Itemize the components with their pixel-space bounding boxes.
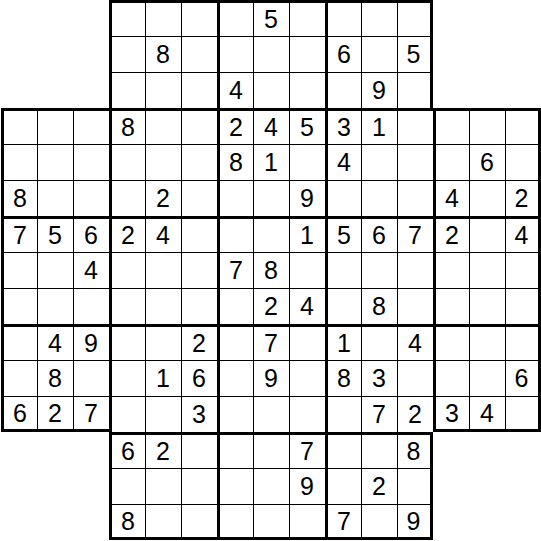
cell-r5c5[interactable] <box>145 144 181 180</box>
cell-r1c8: 5 <box>253 0 289 36</box>
cell-r6c3[interactable] <box>73 180 109 216</box>
cell-r6c12[interactable] <box>397 180 433 216</box>
cell-r9c5[interactable] <box>145 288 181 324</box>
flower-sudoku-board: 5865498245318146829427562415672447824849… <box>1 0 541 540</box>
cell-r9c6[interactable] <box>181 288 217 324</box>
cell-r15c8[interactable] <box>253 504 289 540</box>
cell-r1c9[interactable] <box>289 0 325 36</box>
cell-r10c10: 1 <box>325 324 361 360</box>
cell-r11c13[interactable] <box>433 360 469 396</box>
cell-r1c6[interactable] <box>181 0 217 36</box>
cell-r14c10[interactable] <box>325 468 361 504</box>
cell-r12c8[interactable] <box>253 396 289 432</box>
cell-r7c2: 5 <box>37 216 73 252</box>
cell-r5c2[interactable] <box>37 144 73 180</box>
cell-r9c3[interactable] <box>73 288 109 324</box>
cell-r10c12: 4 <box>397 324 433 360</box>
cell-r6c11[interactable] <box>361 180 397 216</box>
cell-r10c13[interactable] <box>433 324 469 360</box>
cell-r9c2[interactable] <box>37 288 73 324</box>
cell-r7c13: 2 <box>433 216 469 252</box>
cell-r8c6[interactable] <box>181 252 217 288</box>
cell-r15c4: 8 <box>109 504 145 540</box>
cell-r5c13[interactable] <box>433 144 469 180</box>
cell-r2c8[interactable] <box>253 36 289 72</box>
cell-r5c7: 8 <box>217 144 253 180</box>
cell-r9c15[interactable] <box>505 288 541 324</box>
cell-r4c1[interactable] <box>1 108 37 144</box>
cell-r5c1[interactable] <box>1 144 37 180</box>
cell-r8c8: 8 <box>253 252 289 288</box>
cell-r7c15: 4 <box>505 216 541 252</box>
cell-r2c4[interactable] <box>109 36 145 72</box>
cell-r5c9[interactable] <box>289 144 325 180</box>
cell-r6c1: 8 <box>1 180 37 216</box>
cell-r7c11: 6 <box>361 216 397 252</box>
cell-r7c9: 1 <box>289 216 325 252</box>
cell-r11c12[interactable] <box>397 360 433 396</box>
cell-r15c11[interactable] <box>361 504 397 540</box>
cell-r11c8: 9 <box>253 360 289 396</box>
cell-r3c4[interactable] <box>109 72 145 108</box>
cell-r7c8[interactable] <box>253 216 289 252</box>
cell-r4c10: 3 <box>325 108 361 144</box>
cell-r7c3: 6 <box>73 216 109 252</box>
cell-r7c4: 2 <box>109 216 145 252</box>
cell-r8c4[interactable] <box>109 252 145 288</box>
cell-r3c9[interactable] <box>289 72 325 108</box>
cell-r4c7: 2 <box>217 108 253 144</box>
cell-r11c11: 3 <box>361 360 397 396</box>
cell-r12c7[interactable] <box>217 396 253 432</box>
cell-r10c14[interactable] <box>469 324 505 360</box>
cell-r3c7: 4 <box>217 72 253 108</box>
cell-r7c14[interactable] <box>469 216 505 252</box>
cell-r13c8[interactable] <box>253 432 289 468</box>
cell-r7c6[interactable] <box>181 216 217 252</box>
cell-r14c5[interactable] <box>145 468 181 504</box>
cell-r2c11[interactable] <box>361 36 397 72</box>
cell-r8c7: 7 <box>217 252 253 288</box>
cell-r11c6: 6 <box>181 360 217 396</box>
cell-r8c2[interactable] <box>37 252 73 288</box>
cell-r1c7[interactable] <box>217 0 253 36</box>
cell-r8c12[interactable] <box>397 252 433 288</box>
cell-r8c11[interactable] <box>361 252 397 288</box>
cell-r3c6[interactable] <box>181 72 217 108</box>
cell-r1c11[interactable] <box>361 0 397 36</box>
cell-r5c3[interactable] <box>73 144 109 180</box>
cell-r8c9[interactable] <box>289 252 325 288</box>
cell-r2c6[interactable] <box>181 36 217 72</box>
cell-r14c8[interactable] <box>253 468 289 504</box>
cell-r11c5: 1 <box>145 360 181 396</box>
cell-r9c4[interactable] <box>109 288 145 324</box>
cell-r8c13[interactable] <box>433 252 469 288</box>
cell-r4c4: 8 <box>109 108 145 144</box>
cell-r5c11[interactable] <box>361 144 397 180</box>
cell-r13c7[interactable] <box>217 432 253 468</box>
cell-r13c11[interactable] <box>361 432 397 468</box>
cell-r14c4[interactable] <box>109 468 145 504</box>
cell-r4c12[interactable] <box>397 108 433 144</box>
cell-r6c6[interactable] <box>181 180 217 216</box>
cell-r13c6[interactable] <box>181 432 217 468</box>
cell-r11c10: 8 <box>325 360 361 396</box>
cell-r15c12: 9 <box>397 504 433 540</box>
cell-r11c14[interactable] <box>469 360 505 396</box>
cell-r9c9: 4 <box>289 288 325 324</box>
cell-r8c1[interactable] <box>1 252 37 288</box>
cell-r6c4[interactable] <box>109 180 145 216</box>
cell-r12c6: 3 <box>181 396 217 432</box>
cell-r4c15[interactable] <box>505 108 541 144</box>
cell-r8c3: 4 <box>73 252 109 288</box>
cell-r9c11: 8 <box>361 288 397 324</box>
cell-r5c6[interactable] <box>181 144 217 180</box>
cell-r2c5: 8 <box>145 36 181 72</box>
cell-r6c9: 9 <box>289 180 325 216</box>
cell-r8c15[interactable] <box>505 252 541 288</box>
cell-r5c4[interactable] <box>109 144 145 180</box>
cell-r10c7[interactable] <box>217 324 253 360</box>
cell-r2c10: 6 <box>325 36 361 72</box>
cell-r14c11: 2 <box>361 468 397 504</box>
cell-r1c10[interactable] <box>325 0 361 36</box>
cell-r10c1[interactable] <box>1 324 37 360</box>
cell-r12c13: 3 <box>433 396 469 432</box>
cell-r12c1: 6 <box>1 396 37 432</box>
cell-r1c4[interactable] <box>109 0 145 36</box>
cell-r14c7[interactable] <box>217 468 253 504</box>
cell-r4c9: 5 <box>289 108 325 144</box>
cell-r6c2[interactable] <box>37 180 73 216</box>
cell-r7c5: 4 <box>145 216 181 252</box>
cell-r3c5[interactable] <box>145 72 181 108</box>
cell-r8c5[interactable] <box>145 252 181 288</box>
cell-r13c9: 7 <box>289 432 325 468</box>
cell-r12c3: 7 <box>73 396 109 432</box>
cell-r9c13[interactable] <box>433 288 469 324</box>
cell-r6c8[interactable] <box>253 180 289 216</box>
cell-r2c12: 5 <box>397 36 433 72</box>
cell-r11c2: 8 <box>37 360 73 396</box>
cell-r9c7[interactable] <box>217 288 253 324</box>
cell-r10c4[interactable] <box>109 324 145 360</box>
cell-r10c6: 2 <box>181 324 217 360</box>
cell-r3c11: 9 <box>361 72 397 108</box>
cell-r12c12: 2 <box>397 396 433 432</box>
cell-r6c15: 2 <box>505 180 541 216</box>
cell-r10c11[interactable] <box>361 324 397 360</box>
cell-r6c13: 4 <box>433 180 469 216</box>
cell-r7c1: 7 <box>1 216 37 252</box>
cell-r4c11: 1 <box>361 108 397 144</box>
cell-r5c8: 1 <box>253 144 289 180</box>
cell-r11c4[interactable] <box>109 360 145 396</box>
cell-r3c12[interactable] <box>397 72 433 108</box>
cell-r5c15[interactable] <box>505 144 541 180</box>
cell-r2c7[interactable] <box>217 36 253 72</box>
cell-r10c9[interactable] <box>289 324 325 360</box>
cell-r12c5[interactable] <box>145 396 181 432</box>
cell-r15c6[interactable] <box>181 504 217 540</box>
cell-r12c10[interactable] <box>325 396 361 432</box>
cell-r11c15: 6 <box>505 360 541 396</box>
cell-r11c7[interactable] <box>217 360 253 396</box>
cell-r8c14[interactable] <box>469 252 505 288</box>
cell-r12c2: 2 <box>37 396 73 432</box>
cell-r6c7[interactable] <box>217 180 253 216</box>
cell-r14c9: 9 <box>289 468 325 504</box>
cell-r14c12[interactable] <box>397 468 433 504</box>
cell-r1c5[interactable] <box>145 0 181 36</box>
cell-r7c7[interactable] <box>217 216 253 252</box>
cell-r11c9[interactable] <box>289 360 325 396</box>
cell-r4c5[interactable] <box>145 108 181 144</box>
cell-r4c3[interactable] <box>73 108 109 144</box>
cell-r9c8: 2 <box>253 288 289 324</box>
cell-r12c4[interactable] <box>109 396 145 432</box>
cell-r4c14[interactable] <box>469 108 505 144</box>
cell-r5c12[interactable] <box>397 144 433 180</box>
cell-r6c14[interactable] <box>469 180 505 216</box>
cell-r4c2[interactable] <box>37 108 73 144</box>
cell-r10c3: 9 <box>73 324 109 360</box>
cell-r11c1[interactable] <box>1 360 37 396</box>
cell-r4c8: 4 <box>253 108 289 144</box>
cell-r12c11: 7 <box>361 396 397 432</box>
cell-r10c15[interactable] <box>505 324 541 360</box>
cell-r6c5: 2 <box>145 180 181 216</box>
cell-r4c6[interactable] <box>181 108 217 144</box>
cell-r5c10: 4 <box>325 144 361 180</box>
cell-r13c10[interactable] <box>325 432 361 468</box>
cell-r11c3[interactable] <box>73 360 109 396</box>
cell-r13c5: 2 <box>145 432 181 468</box>
cell-r8c10[interactable] <box>325 252 361 288</box>
cell-r13c12: 8 <box>397 432 433 468</box>
cell-r9c14[interactable] <box>469 288 505 324</box>
cell-r14c6[interactable] <box>181 468 217 504</box>
cell-r12c15[interactable] <box>505 396 541 432</box>
cell-r3c10[interactable] <box>325 72 361 108</box>
cell-r1c12[interactable] <box>397 0 433 36</box>
cell-r10c8: 7 <box>253 324 289 360</box>
cell-r15c5[interactable] <box>145 504 181 540</box>
cell-r9c1[interactable] <box>1 288 37 324</box>
cell-r7c10: 5 <box>325 216 361 252</box>
cell-r15c10: 7 <box>325 504 361 540</box>
cell-r10c2: 4 <box>37 324 73 360</box>
cell-r3c8[interactable] <box>253 72 289 108</box>
cell-r13c4: 6 <box>109 432 145 468</box>
cell-r15c7[interactable] <box>217 504 253 540</box>
cell-r5c14: 6 <box>469 144 505 180</box>
cell-r9c10[interactable] <box>325 288 361 324</box>
cell-r4c13[interactable] <box>433 108 469 144</box>
cell-r7c12: 7 <box>397 216 433 252</box>
cell-r2c9[interactable] <box>289 36 325 72</box>
cell-r12c14: 4 <box>469 396 505 432</box>
cell-r12c9[interactable] <box>289 396 325 432</box>
cell-r10c5[interactable] <box>145 324 181 360</box>
cell-r6c10[interactable] <box>325 180 361 216</box>
cell-r9c12[interactable] <box>397 288 433 324</box>
cell-r15c9[interactable] <box>289 504 325 540</box>
